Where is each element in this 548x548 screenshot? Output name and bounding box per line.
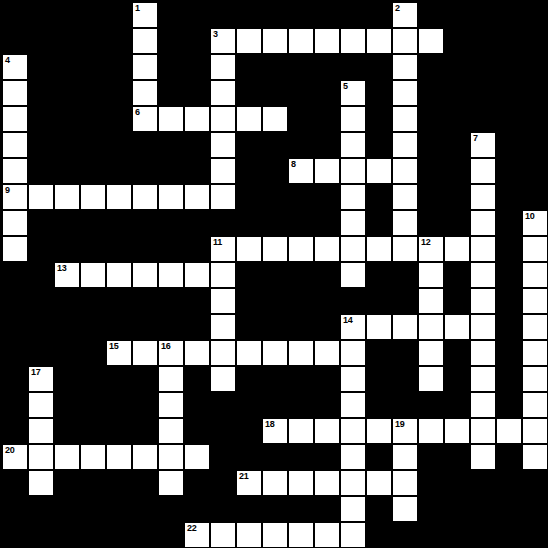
cell-r16c21[interactable] <box>522 392 548 418</box>
clue-number-7: 7 <box>473 133 478 143</box>
cell-r4c14[interactable]: 5 <box>340 80 366 106</box>
cell-r16c14[interactable] <box>340 392 366 418</box>
block-r1c7 <box>158 2 184 28</box>
block-r4c11 <box>262 80 288 106</box>
cell-r5c14[interactable] <box>340 106 366 132</box>
block-r1c13 <box>314 2 340 28</box>
cell-r14c17[interactable] <box>418 340 444 366</box>
cell-r9c19[interactable] <box>470 210 496 236</box>
block-r6c6 <box>132 132 158 158</box>
cell-r5c10[interactable] <box>236 106 262 132</box>
block-r8c10 <box>236 184 262 210</box>
block-r3c20 <box>496 54 522 80</box>
cell-r2c15[interactable] <box>366 28 392 54</box>
block-r7c11 <box>262 158 288 184</box>
cell-r10c1[interactable] <box>2 236 28 262</box>
cell-r3c9[interactable] <box>210 54 236 80</box>
cell-r10c14[interactable] <box>340 236 366 262</box>
clue-number-17: 17 <box>31 367 40 377</box>
cell-r5c11[interactable] <box>262 106 288 132</box>
block-r2c5 <box>106 28 132 54</box>
block-r10c6 <box>132 236 158 262</box>
cell-r5c6[interactable]: 6 <box>132 106 158 132</box>
block-r13c1 <box>2 314 28 340</box>
cell-r7c13[interactable] <box>314 158 340 184</box>
cell-r10c15[interactable] <box>366 236 392 262</box>
block-r2c18 <box>444 28 470 54</box>
block-r9c8 <box>184 210 210 236</box>
cell-r11c19[interactable] <box>470 262 496 288</box>
block-r19c20 <box>496 470 522 496</box>
block-r20c8 <box>184 496 210 522</box>
cell-r5c9[interactable] <box>210 106 236 132</box>
block-r10c2 <box>28 236 54 262</box>
block-r7c18 <box>444 158 470 184</box>
cell-r14c21[interactable] <box>522 340 548 366</box>
clue-number-10: 10 <box>525 211 534 221</box>
block-r18c12 <box>288 444 314 470</box>
block-r20c4 <box>80 496 106 522</box>
block-r15c8 <box>184 366 210 392</box>
cell-r14c6[interactable] <box>132 340 158 366</box>
cell-r10c13[interactable] <box>314 236 340 262</box>
cell-r21c14[interactable] <box>340 522 366 548</box>
block-r1c20 <box>496 2 522 28</box>
clue-number-19: 19 <box>395 419 404 429</box>
block-r14c15 <box>366 340 392 366</box>
block-r1c3 <box>54 2 80 28</box>
cell-r9c21[interactable]: 10 <box>522 210 548 236</box>
cell-r7c1[interactable] <box>2 158 28 184</box>
block-r5c5 <box>106 106 132 132</box>
cell-r15c17[interactable] <box>418 366 444 392</box>
block-r9c20 <box>496 210 522 236</box>
cell-r18c8[interactable] <box>184 444 210 470</box>
cell-r19c2[interactable] <box>28 470 54 496</box>
cell-r17c18[interactable] <box>444 418 470 444</box>
cell-r8c2[interactable] <box>28 184 54 210</box>
cell-r14c13[interactable] <box>314 340 340 366</box>
cell-r21c9[interactable] <box>210 522 236 548</box>
cell-r18c2[interactable] <box>28 444 54 470</box>
clue-number-11: 11 <box>213 237 222 247</box>
block-r12c3 <box>54 288 80 314</box>
cell-r6c19[interactable]: 7 <box>470 132 496 158</box>
cell-r17c21[interactable] <box>522 418 548 444</box>
block-r11c12 <box>288 262 314 288</box>
block-r1c1 <box>2 2 28 28</box>
block-r13c11 <box>262 314 288 340</box>
cell-r19c14[interactable] <box>340 470 366 496</box>
cell-r7c19[interactable] <box>470 158 496 184</box>
cell-r19c10[interactable]: 21 <box>236 470 262 496</box>
block-r20c13 <box>314 496 340 522</box>
block-r12c2 <box>28 288 54 314</box>
block-r15c16 <box>392 366 418 392</box>
block-r10c20 <box>496 236 522 262</box>
clue-number-9: 9 <box>5 185 10 195</box>
cell-r2c13[interactable] <box>314 28 340 54</box>
cell-r20c16[interactable] <box>392 496 418 522</box>
block-r11c10 <box>236 262 262 288</box>
cell-r9c14[interactable] <box>340 210 366 236</box>
block-r3c21 <box>522 54 548 80</box>
cell-r10c11[interactable] <box>262 236 288 262</box>
cell-r17c13[interactable] <box>314 418 340 444</box>
block-r6c12 <box>288 132 314 158</box>
block-r13c3 <box>54 314 80 340</box>
block-r6c13 <box>314 132 340 158</box>
cell-r10c10[interactable] <box>236 236 262 262</box>
block-r1c17 <box>418 2 444 28</box>
block-r12c14 <box>340 288 366 314</box>
block-r12c18 <box>444 288 470 314</box>
block-r7c20 <box>496 158 522 184</box>
cell-r17c14[interactable] <box>340 418 366 444</box>
block-r19c17 <box>418 470 444 496</box>
block-r16c10 <box>236 392 262 418</box>
cell-r7c16[interactable] <box>392 158 418 184</box>
cell-r18c3[interactable] <box>54 444 80 470</box>
cell-r11c3[interactable]: 13 <box>54 262 80 288</box>
cell-r18c14[interactable] <box>340 444 366 470</box>
block-r5c4 <box>80 106 106 132</box>
block-r8c13 <box>314 184 340 210</box>
cell-r13c19[interactable] <box>470 314 496 340</box>
cell-r21c12[interactable] <box>288 522 314 548</box>
cell-r2c11[interactable] <box>262 28 288 54</box>
cell-r7c15[interactable] <box>366 158 392 184</box>
cell-r11c5[interactable] <box>106 262 132 288</box>
block-r9c3 <box>54 210 80 236</box>
cell-r18c1[interactable]: 20 <box>2 444 28 470</box>
cell-r17c19[interactable] <box>470 418 496 444</box>
cell-r17c16[interactable]: 19 <box>392 418 418 444</box>
cell-r19c16[interactable] <box>392 470 418 496</box>
cell-r15c19[interactable] <box>470 366 496 392</box>
block-r16c4 <box>80 392 106 418</box>
block-r3c8 <box>184 54 210 80</box>
clue-number-13: 13 <box>57 263 66 273</box>
block-r18c10 <box>236 444 262 470</box>
block-r6c10 <box>236 132 262 158</box>
cell-r16c2[interactable] <box>28 392 54 418</box>
cell-r4c6[interactable] <box>132 80 158 106</box>
block-r8c15 <box>366 184 392 210</box>
block-r21c6 <box>132 522 158 548</box>
block-r2c4 <box>80 28 106 54</box>
block-r4c21 <box>522 80 548 106</box>
cell-r6c14[interactable] <box>340 132 366 158</box>
block-r17c5 <box>106 418 132 444</box>
cell-r5c7[interactable] <box>158 106 184 132</box>
cell-r10c17[interactable]: 12 <box>418 236 444 262</box>
cell-r8c19[interactable] <box>470 184 496 210</box>
block-r20c2 <box>28 496 54 522</box>
block-r7c10 <box>236 158 262 184</box>
cell-r8c16[interactable] <box>392 184 418 210</box>
cell-r18c5[interactable] <box>106 444 132 470</box>
block-r15c15 <box>366 366 392 392</box>
cell-r2c17[interactable] <box>418 28 444 54</box>
cell-r13c14[interactable]: 14 <box>340 314 366 340</box>
block-r12c13 <box>314 288 340 314</box>
block-r17c6 <box>132 418 158 444</box>
cell-r12c19[interactable] <box>470 288 496 314</box>
cell-r9c1[interactable] <box>2 210 28 236</box>
cell-r18c6[interactable] <box>132 444 158 470</box>
block-r6c2 <box>28 132 54 158</box>
block-r12c4 <box>80 288 106 314</box>
cell-r19c12[interactable] <box>288 470 314 496</box>
block-r4c18 <box>444 80 470 106</box>
cell-r13c15[interactable] <box>366 314 392 340</box>
block-r13c12 <box>288 314 314 340</box>
cell-r18c16[interactable] <box>392 444 418 470</box>
block-r11c16 <box>392 262 418 288</box>
cell-r6c16[interactable] <box>392 132 418 158</box>
cell-r3c1[interactable]: 4 <box>2 54 28 80</box>
cell-r14c5[interactable]: 15 <box>106 340 132 366</box>
cell-r8c9[interactable] <box>210 184 236 210</box>
cell-r8c7[interactable] <box>158 184 184 210</box>
cell-r11c7[interactable] <box>158 262 184 288</box>
cell-r14c19[interactable] <box>470 340 496 366</box>
block-r1c2 <box>28 2 54 28</box>
cell-r11c9[interactable] <box>210 262 236 288</box>
cell-r17c17[interactable] <box>418 418 444 444</box>
cell-r14c8[interactable] <box>184 340 210 366</box>
cell-r12c17[interactable] <box>418 288 444 314</box>
cell-r5c1[interactable] <box>2 106 28 132</box>
cell-r8c8[interactable] <box>184 184 210 210</box>
cell-r4c9[interactable] <box>210 80 236 106</box>
cell-r14c10[interactable] <box>236 340 262 366</box>
block-r12c8 <box>184 288 210 314</box>
block-r5c19 <box>470 106 496 132</box>
block-r6c21 <box>522 132 548 158</box>
block-r9c13 <box>314 210 340 236</box>
cell-r11c4[interactable] <box>80 262 106 288</box>
cell-r1c16[interactable]: 2 <box>392 2 418 28</box>
block-r5c3 <box>54 106 80 132</box>
block-r3c7 <box>158 54 184 80</box>
cell-r3c16[interactable] <box>392 54 418 80</box>
cell-r15c14[interactable] <box>340 366 366 392</box>
cell-r10c12[interactable] <box>288 236 314 262</box>
block-r2c3 <box>54 28 80 54</box>
cell-r1c6[interactable]: 1 <box>132 2 158 28</box>
block-r1c15 <box>366 2 392 28</box>
block-r9c10 <box>236 210 262 236</box>
block-r5c15 <box>366 106 392 132</box>
cell-r21c11[interactable] <box>262 522 288 548</box>
cell-r17c11[interactable]: 18 <box>262 418 288 444</box>
cell-r5c8[interactable] <box>184 106 210 132</box>
block-r17c4 <box>80 418 106 444</box>
block-r13c2 <box>28 314 54 340</box>
block-r21c20 <box>496 522 522 548</box>
cell-r5c16[interactable] <box>392 106 418 132</box>
block-r16c6 <box>132 392 158 418</box>
cell-r12c9[interactable] <box>210 288 236 314</box>
cell-r2c12[interactable] <box>288 28 314 54</box>
cell-r11c8[interactable] <box>184 262 210 288</box>
block-r21c7 <box>158 522 184 548</box>
cell-r13c9[interactable] <box>210 314 236 340</box>
cell-r10c19[interactable] <box>470 236 496 262</box>
block-r16c11 <box>262 392 288 418</box>
block-r16c13 <box>314 392 340 418</box>
cell-r15c9[interactable] <box>210 366 236 392</box>
cell-r16c19[interactable] <box>470 392 496 418</box>
cell-r18c21[interactable] <box>522 444 548 470</box>
cell-r17c20[interactable] <box>496 418 522 444</box>
cell-r9c16[interactable] <box>392 210 418 236</box>
block-r12c1 <box>2 288 28 314</box>
cell-r21c10[interactable] <box>236 522 262 548</box>
cell-r13c18[interactable] <box>444 314 470 340</box>
cell-r19c11[interactable] <box>262 470 288 496</box>
cell-r21c8[interactable]: 22 <box>184 522 210 548</box>
cell-r10c18[interactable] <box>444 236 470 262</box>
block-r3c12 <box>288 54 314 80</box>
block-r6c8 <box>184 132 210 158</box>
cell-r14c11[interactable] <box>262 340 288 366</box>
cell-r17c15[interactable] <box>366 418 392 444</box>
block-r12c10 <box>236 288 262 314</box>
block-r3c14 <box>340 54 366 80</box>
block-r3c11 <box>262 54 288 80</box>
block-r11c18 <box>444 262 470 288</box>
block-r5c12 <box>288 106 314 132</box>
cell-r17c12[interactable] <box>288 418 314 444</box>
cell-r14c12[interactable] <box>288 340 314 366</box>
block-r14c1 <box>2 340 28 366</box>
block-r1c18 <box>444 2 470 28</box>
block-r20c12 <box>288 496 314 522</box>
cell-r7c14[interactable] <box>340 158 366 184</box>
block-r2c21 <box>522 28 548 54</box>
cell-r4c1[interactable] <box>2 80 28 106</box>
cell-r15c21[interactable] <box>522 366 548 392</box>
block-r17c1 <box>2 418 28 444</box>
block-r7c8 <box>184 158 210 184</box>
cell-r10c16[interactable] <box>392 236 418 262</box>
cell-r18c19[interactable] <box>470 444 496 470</box>
cell-r10c9[interactable]: 11 <box>210 236 236 262</box>
block-r4c12 <box>288 80 314 106</box>
block-r11c15 <box>366 262 392 288</box>
clue-number-8: 8 <box>291 159 296 169</box>
cell-r18c4[interactable] <box>80 444 106 470</box>
block-r20c1 <box>2 496 28 522</box>
cell-r8c3[interactable] <box>54 184 80 210</box>
cell-r18c7[interactable] <box>158 444 184 470</box>
block-r20c18 <box>444 496 470 522</box>
block-r14c3 <box>54 340 80 366</box>
block-r2c8 <box>184 28 210 54</box>
block-r20c17 <box>418 496 444 522</box>
cell-r20c14[interactable] <box>340 496 366 522</box>
block-r1c11 <box>262 2 288 28</box>
cell-r19c7[interactable] <box>158 470 184 496</box>
cell-r4c16[interactable] <box>392 80 418 106</box>
cell-r8c4[interactable] <box>80 184 106 210</box>
cell-r15c2[interactable]: 17 <box>28 366 54 392</box>
block-r15c4 <box>80 366 106 392</box>
block-r18c20 <box>496 444 522 470</box>
cell-r11c21[interactable] <box>522 262 548 288</box>
cell-r19c13[interactable] <box>314 470 340 496</box>
cell-r19c15[interactable] <box>366 470 392 496</box>
block-r21c18 <box>444 522 470 548</box>
block-r2c1 <box>2 28 28 54</box>
cell-r17c2[interactable] <box>28 418 54 444</box>
cell-r11c14[interactable] <box>340 262 366 288</box>
cell-r16c7[interactable] <box>158 392 184 418</box>
cell-r15c7[interactable] <box>158 366 184 392</box>
block-r3c5 <box>106 54 132 80</box>
cell-r10c21[interactable] <box>522 236 548 262</box>
cell-r3c6[interactable] <box>132 54 158 80</box>
cell-r12c21[interactable] <box>522 288 548 314</box>
cell-r2c6[interactable] <box>132 28 158 54</box>
block-r9c17 <box>418 210 444 236</box>
cell-r6c9[interactable] <box>210 132 236 158</box>
cell-r14c7[interactable]: 16 <box>158 340 184 366</box>
cell-r11c6[interactable] <box>132 262 158 288</box>
cell-r6c1[interactable] <box>2 132 28 158</box>
cell-r8c5[interactable] <box>106 184 132 210</box>
cell-r11c17[interactable] <box>418 262 444 288</box>
cell-r7c12[interactable]: 8 <box>288 158 314 184</box>
clue-number-3: 3 <box>213 29 218 39</box>
block-r20c19 <box>470 496 496 522</box>
cell-r8c6[interactable] <box>132 184 158 210</box>
cell-r14c9[interactable] <box>210 340 236 366</box>
block-r1c12 <box>288 2 314 28</box>
block-r21c1 <box>2 522 28 548</box>
block-r6c17 <box>418 132 444 158</box>
cell-r13c21[interactable] <box>522 314 548 340</box>
cell-r14c14[interactable] <box>340 340 366 366</box>
cell-r2c16[interactable] <box>392 28 418 54</box>
cell-r8c14[interactable] <box>340 184 366 210</box>
cell-r21c13[interactable] <box>314 522 340 548</box>
cell-r17c7[interactable] <box>158 418 184 444</box>
block-r3c2 <box>28 54 54 80</box>
block-r16c5 <box>106 392 132 418</box>
block-r19c5 <box>106 470 132 496</box>
cell-r13c16[interactable] <box>392 314 418 340</box>
cell-r8c1[interactable]: 9 <box>2 184 28 210</box>
block-r6c5 <box>106 132 132 158</box>
cell-r13c17[interactable] <box>418 314 444 340</box>
block-r11c20 <box>496 262 522 288</box>
cell-r2c9[interactable]: 3 <box>210 28 236 54</box>
cell-r2c10[interactable] <box>236 28 262 54</box>
block-r9c4 <box>80 210 106 236</box>
cell-r7c9[interactable] <box>210 158 236 184</box>
block-r13c20 <box>496 314 522 340</box>
block-r15c3 <box>54 366 80 392</box>
block-r6c11 <box>262 132 288 158</box>
block-r10c5 <box>106 236 132 262</box>
cell-r2c14[interactable] <box>340 28 366 54</box>
block-r8c11 <box>262 184 288 210</box>
block-r18c9 <box>210 444 236 470</box>
